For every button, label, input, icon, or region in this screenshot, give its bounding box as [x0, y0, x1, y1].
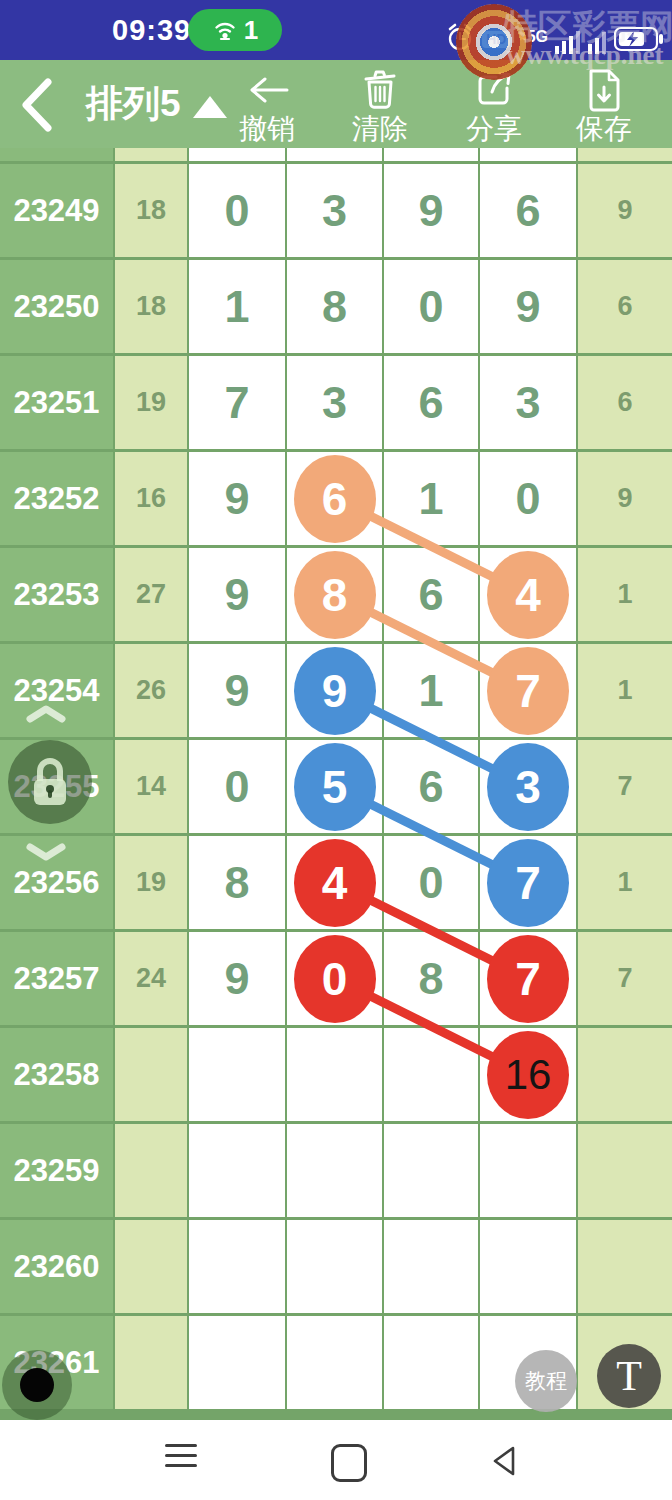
- digit-cell[interactable]: 0: [384, 260, 478, 353]
- tail-cell: 1: [578, 644, 672, 737]
- sum-cell: 27: [115, 548, 187, 641]
- sum-cell: [115, 1220, 187, 1313]
- digit-cell[interactable]: 6: [287, 452, 382, 545]
- drag-handle[interactable]: [2, 1350, 72, 1420]
- digit-cell[interactable]: 9: [384, 164, 478, 257]
- sum-cell: [115, 1316, 187, 1409]
- digit-cell[interactable]: [287, 1316, 382, 1409]
- period-cell: 23260: [0, 1220, 113, 1313]
- trend-chart: 2324918039692325018180962325119736362325…: [0, 148, 672, 1420]
- digit-cell[interactable]: 8: [189, 836, 285, 929]
- digit-cell[interactable]: 3: [480, 356, 576, 449]
- hd-icon: HD: [482, 31, 510, 48]
- sum-cell: 16: [115, 452, 187, 545]
- digit-cell[interactable]: 3: [287, 164, 382, 257]
- digit-cell[interactable]: 0: [480, 452, 576, 545]
- sum-cell: 24: [115, 932, 187, 1025]
- digit-cell[interactable]: 9: [189, 452, 285, 545]
- digit-cell[interactable]: [287, 1124, 382, 1217]
- digit-cell[interactable]: 7: [189, 356, 285, 449]
- signal-bars-icon: [555, 30, 581, 54]
- marked-number-blue[interactable]: 5: [294, 743, 376, 831]
- clear-button[interactable]: 清除: [324, 68, 436, 145]
- digit-cell[interactable]: 9: [189, 548, 285, 641]
- marked-number-orange[interactable]: 7: [487, 647, 569, 735]
- digit-cell[interactable]: 8: [287, 260, 382, 353]
- digit-cell[interactable]: 1: [384, 452, 478, 545]
- marked-number-red[interactable]: 16: [487, 1031, 569, 1119]
- tail-cell: 9: [578, 452, 672, 545]
- digit-cell[interactable]: [287, 1028, 382, 1121]
- status-icons: HD ⇅5G: [445, 20, 664, 54]
- tail-cell: 7: [578, 740, 672, 833]
- digit-cell[interactable]: 9: [189, 932, 285, 1025]
- lock-icon[interactable]: [8, 740, 92, 824]
- chevron-up-icon[interactable]: [24, 704, 68, 724]
- network-5g-label: ⇅5G: [517, 28, 548, 46]
- digit-cell[interactable]: [384, 1124, 478, 1217]
- page-title: 排列5: [86, 79, 181, 129]
- digit-cell[interactable]: 0: [384, 836, 478, 929]
- period-cell: 23252: [0, 452, 113, 545]
- marked-number-red[interactable]: 0: [294, 935, 376, 1023]
- tutorial-button[interactable]: 教程: [515, 1350, 577, 1412]
- sum-cell: [115, 1124, 187, 1217]
- sum-cell: [115, 1028, 187, 1121]
- sum-cell: 18: [115, 260, 187, 353]
- alarm-icon: [445, 22, 475, 52]
- hotspot-client-count: 1: [244, 15, 258, 46]
- title-dropdown[interactable]: 排列5: [86, 60, 227, 148]
- status-bar: 09:39 1 HD ⇅5G: [0, 0, 672, 60]
- digit-cell[interactable]: 6: [384, 356, 478, 449]
- digit-cell[interactable]: [189, 1316, 285, 1409]
- digit-cell[interactable]: 0: [287, 932, 382, 1025]
- marked-number-orange[interactable]: 4: [487, 551, 569, 639]
- tail-cell: 1: [578, 548, 672, 641]
- digit-cell[interactable]: 8: [384, 932, 478, 1025]
- digit-cell[interactable]: [287, 1220, 382, 1313]
- period-cell: 23250: [0, 260, 113, 353]
- digit-cell[interactable]: 3: [480, 740, 576, 833]
- period-cell: 23257: [0, 932, 113, 1025]
- nav-back-icon[interactable]: [489, 1444, 517, 1478]
- undo-button[interactable]: 撤销: [211, 68, 323, 145]
- period-cell: 23253: [0, 548, 113, 641]
- digit-cell[interactable]: 16: [480, 1028, 576, 1121]
- sum-cell: 19: [115, 356, 187, 449]
- period-cell: 23259: [0, 1124, 113, 1217]
- digit-cell[interactable]: 3: [287, 356, 382, 449]
- digit-cell[interactable]: 6: [480, 164, 576, 257]
- tail-cell: 6: [578, 260, 672, 353]
- marked-number-red[interactable]: 7: [487, 935, 569, 1023]
- recents-icon[interactable]: [165, 1444, 197, 1467]
- digit-cell[interactable]: [384, 1028, 478, 1121]
- app-header: 排列5 撤销 清除: [0, 60, 672, 148]
- share-button[interactable]: 分享: [438, 68, 550, 145]
- digit-cell[interactable]: 6: [384, 548, 478, 641]
- period-cell: 23251: [0, 356, 113, 449]
- drag-handle-dot: [20, 1368, 54, 1402]
- digit-cell[interactable]: 7: [480, 644, 576, 737]
- home-icon[interactable]: [331, 1444, 367, 1482]
- marked-number-orange[interactable]: 6: [294, 455, 376, 543]
- digit-cell[interactable]: 9: [480, 260, 576, 353]
- chart-rows: 2324918039692325018180962325119736362325…: [0, 164, 672, 1409]
- marked-number-blue[interactable]: 9: [294, 647, 376, 735]
- tail-cell: [578, 1124, 672, 1217]
- trash-icon: [360, 68, 400, 112]
- digit-cell[interactable]: 5: [287, 740, 382, 833]
- tail-cell: 9: [578, 164, 672, 257]
- tail-cell: 6: [578, 356, 672, 449]
- phone-screen: 09:39 1 HD ⇅5G: [0, 0, 672, 1500]
- digit-cell[interactable]: [189, 1220, 285, 1313]
- chevron-down-icon[interactable]: [24, 842, 68, 862]
- share-icon: [472, 68, 516, 112]
- digit-cell[interactable]: 8: [287, 548, 382, 641]
- digit-cell[interactable]: 7: [480, 836, 576, 929]
- marked-number-red[interactable]: 4: [294, 839, 376, 927]
- save-icon: [584, 68, 624, 112]
- period-cell: 23258: [0, 1028, 113, 1121]
- android-navbar: [0, 1420, 672, 1500]
- marked-number-blue[interactable]: 3: [487, 743, 569, 831]
- save-button[interactable]: 保存: [548, 68, 660, 145]
- marked-number-orange[interactable]: 8: [294, 551, 376, 639]
- digit-cell[interactable]: 0: [189, 740, 285, 833]
- digit-cell[interactable]: 0: [189, 164, 285, 257]
- sum-cell: 18: [115, 164, 187, 257]
- back-button[interactable]: [14, 76, 58, 134]
- partial-row: [0, 148, 672, 161]
- digit-cell[interactable]: [384, 1220, 478, 1313]
- undo-icon: [243, 68, 291, 112]
- sum-cell: 26: [115, 644, 187, 737]
- tail-cell: [578, 1220, 672, 1313]
- tail-cell: 1: [578, 836, 672, 929]
- digit-cell[interactable]: [480, 1124, 576, 1217]
- tail-cell: 7: [578, 932, 672, 1025]
- battery-icon: [614, 25, 664, 53]
- sum-cell: 19: [115, 836, 187, 929]
- hotspot-pill: 1: [188, 9, 282, 51]
- text-tool-button[interactable]: T: [597, 1344, 661, 1408]
- clock-time: 09:39: [112, 14, 191, 47]
- digit-cell[interactable]: 1: [384, 644, 478, 737]
- digit-cell[interactable]: 1: [189, 260, 285, 353]
- hotspot-icon: [212, 19, 238, 41]
- tail-cell: [578, 1028, 672, 1121]
- digit-cell[interactable]: 7: [480, 932, 576, 1025]
- digit-cell[interactable]: 4: [287, 836, 382, 929]
- marked-number-blue[interactable]: 7: [487, 839, 569, 927]
- digit-cell[interactable]: [384, 1316, 478, 1409]
- digit-cell[interactable]: [189, 1028, 285, 1121]
- sum-cell: 14: [115, 740, 187, 833]
- digit-cell[interactable]: 9: [287, 644, 382, 737]
- digit-cell[interactable]: 6: [384, 740, 478, 833]
- digit-cell[interactable]: 4: [480, 548, 576, 641]
- digit-cell[interactable]: 9: [189, 644, 285, 737]
- period-cell: 23249: [0, 164, 113, 257]
- digit-cell[interactable]: [189, 1124, 285, 1217]
- signal-bars2-icon: [588, 30, 607, 54]
- digit-cell[interactable]: [480, 1220, 576, 1313]
